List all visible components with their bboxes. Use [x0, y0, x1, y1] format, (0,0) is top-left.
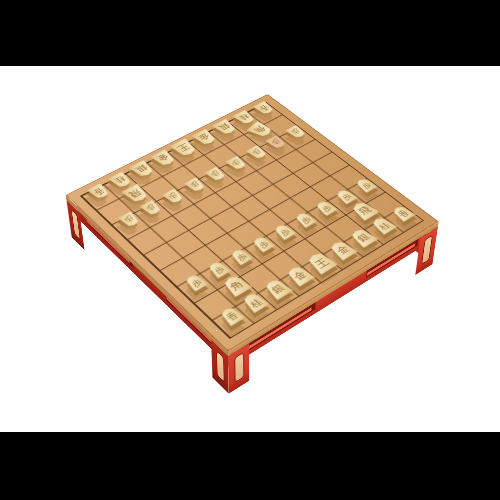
piece-kanji: 桂 — [113, 175, 127, 185]
piece-kanji: 香 — [225, 311, 240, 322]
piece-kanji: 歩 — [145, 203, 158, 212]
shogi-board-scene: 香桂銀金王金銀桂香飛角歩歩歩歩歩歩歩歩歩歩歩歩歩歩歩歩歩歩角飛香桂銀金王金銀桂香 — [0, 0, 500, 500]
piece-kanji: 歩 — [209, 170, 222, 178]
board-surface: 香桂銀金王金銀桂香飛角歩歩歩歩歩歩歩歩歩歩歩歩歩歩歩歩歩歩角飛香桂銀金王金銀桂香 — [66, 94, 439, 351]
piece-kanji: 歩 — [235, 252, 249, 262]
piece-kanji: 銀 — [134, 164, 149, 174]
piece-kanji: 香 — [257, 103, 270, 111]
piece-kanji: 歩 — [189, 278, 203, 288]
piece-kanji: 歩 — [167, 192, 180, 201]
piece-kanji: 金 — [197, 133, 212, 142]
piece-kanji: 香 — [91, 186, 105, 195]
piece-kanji: 歩 — [278, 227, 292, 236]
piece-kanji: 歩 — [212, 265, 226, 275]
shogi-piece-lance: 香 — [252, 101, 275, 116]
piece-kanji: 歩 — [320, 204, 333, 213]
piece-kanji: 歩 — [257, 239, 271, 249]
piece-kanji: 桂 — [248, 297, 264, 309]
piece-kanji: 歩 — [299, 215, 312, 224]
piece-kanji: 桂 — [238, 113, 251, 121]
piece-kanji: 金 — [156, 153, 171, 163]
shogi-board: 香桂銀金王金銀桂香飛角歩歩歩歩歩歩歩歩歩歩歩歩歩歩歩歩歩歩角飛香桂銀金王金銀桂香 — [69, 118, 435, 376]
piece-kanji: 歩 — [270, 138, 283, 146]
board-cells: 香桂銀金王金銀桂香飛角歩歩歩歩歩歩歩歩歩歩歩歩歩歩歩歩歩歩角飛香桂銀金王金銀桂香 — [80, 102, 424, 339]
